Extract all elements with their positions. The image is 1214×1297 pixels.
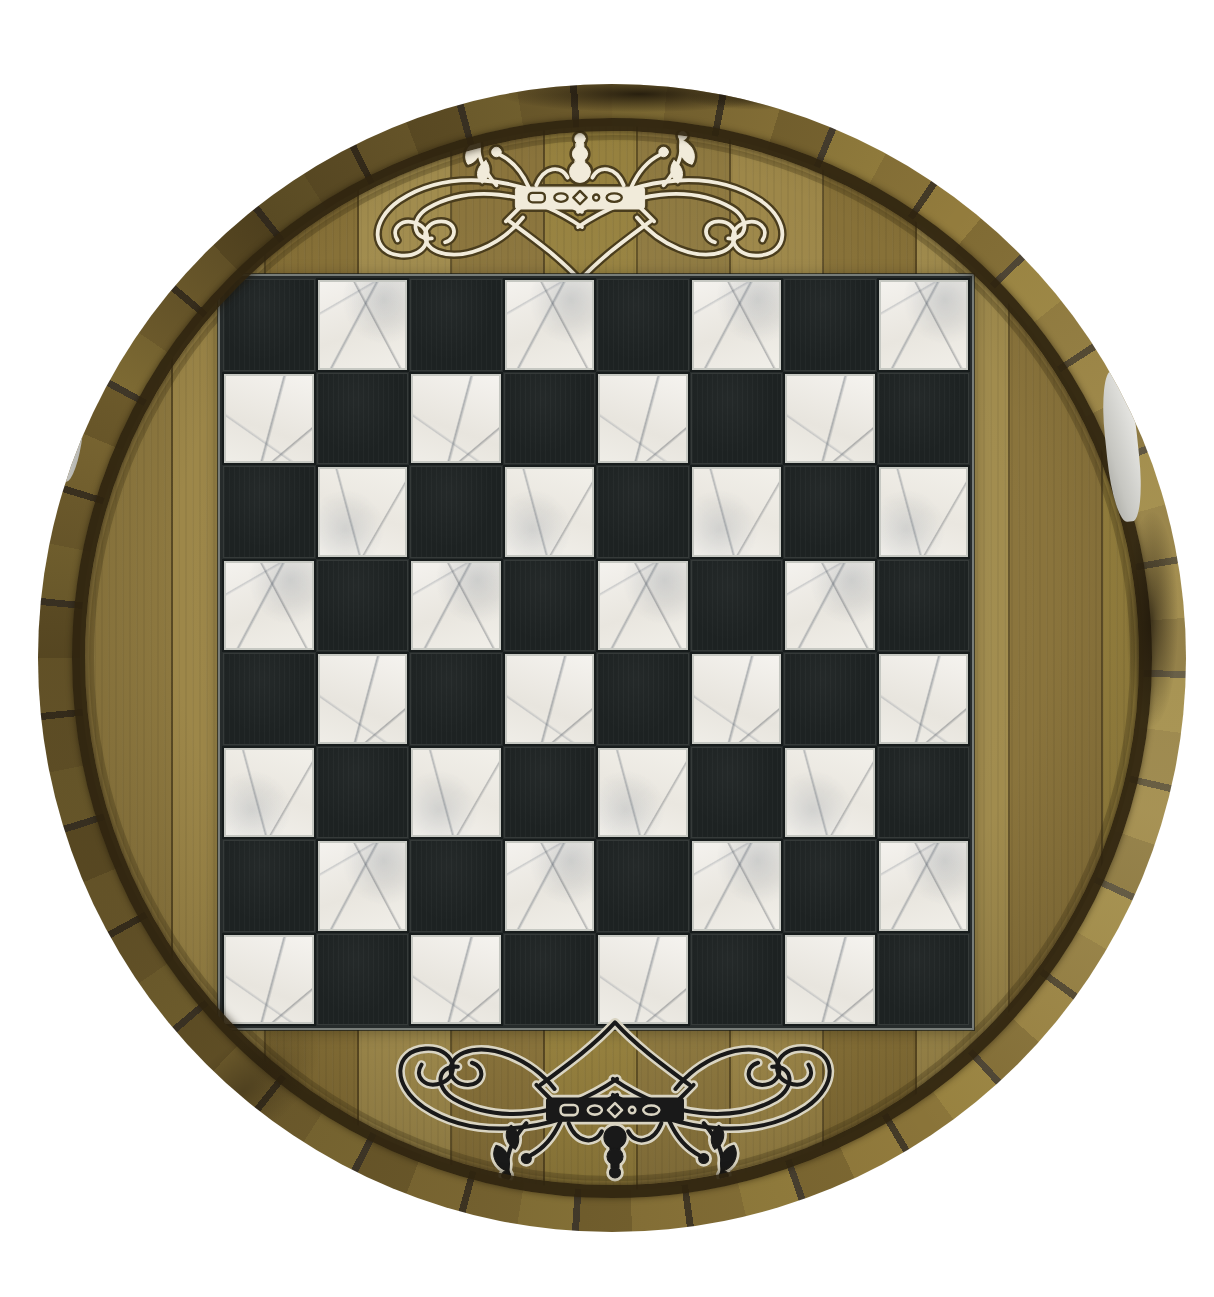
square-f1[interactable] bbox=[692, 935, 782, 1025]
square-h7[interactable] bbox=[879, 374, 969, 464]
square-g5[interactable] bbox=[785, 561, 875, 651]
wine-barrel-head bbox=[38, 84, 1186, 1232]
rim-dark-patch bbox=[913, 91, 1129, 267]
square-d8[interactable] bbox=[505, 280, 595, 370]
square-a5[interactable] bbox=[224, 561, 314, 651]
square-b1[interactable] bbox=[318, 935, 408, 1025]
rim-dark-patch bbox=[500, 84, 780, 112]
square-f6[interactable] bbox=[692, 467, 782, 557]
square-b8[interactable] bbox=[318, 280, 408, 370]
square-d3[interactable] bbox=[505, 748, 595, 838]
square-c6[interactable] bbox=[411, 467, 501, 557]
square-d2[interactable] bbox=[505, 841, 595, 931]
square-a2[interactable] bbox=[224, 841, 314, 931]
square-g2[interactable] bbox=[785, 841, 875, 931]
square-e4[interactable] bbox=[598, 654, 688, 744]
square-a8[interactable] bbox=[224, 280, 314, 370]
rim-chip-left bbox=[51, 363, 91, 483]
square-f4[interactable] bbox=[692, 654, 782, 744]
square-f7[interactable] bbox=[692, 374, 782, 464]
barrel-head-chessboard-photo bbox=[0, 0, 1214, 1297]
chess-board bbox=[218, 274, 974, 1030]
square-b5[interactable] bbox=[318, 561, 408, 651]
square-a3[interactable] bbox=[224, 748, 314, 838]
square-g1[interactable] bbox=[785, 935, 875, 1025]
square-g3[interactable] bbox=[785, 748, 875, 838]
barrel-face bbox=[80, 126, 1144, 1190]
rim-dark-patch bbox=[686, 86, 836, 110]
top-crown-ornament bbox=[333, 128, 827, 290]
square-c7[interactable] bbox=[411, 374, 501, 464]
square-e3[interactable] bbox=[598, 748, 688, 838]
square-e5[interactable] bbox=[598, 561, 688, 651]
square-a4[interactable] bbox=[224, 654, 314, 744]
square-d6[interactable] bbox=[505, 467, 595, 557]
square-d7[interactable] bbox=[505, 374, 595, 464]
square-h4[interactable] bbox=[879, 654, 969, 744]
square-g6[interactable] bbox=[785, 467, 875, 557]
square-a7[interactable] bbox=[224, 374, 314, 464]
bottom-crown-ornament bbox=[353, 1012, 877, 1184]
square-e8[interactable] bbox=[598, 280, 688, 370]
square-g8[interactable] bbox=[785, 280, 875, 370]
square-a1[interactable] bbox=[224, 935, 314, 1025]
square-f5[interactable] bbox=[692, 561, 782, 651]
square-b3[interactable] bbox=[318, 748, 408, 838]
square-d5[interactable] bbox=[505, 561, 595, 651]
square-h3[interactable] bbox=[879, 748, 969, 838]
square-c2[interactable] bbox=[411, 841, 501, 931]
square-f2[interactable] bbox=[692, 841, 782, 931]
square-c3[interactable] bbox=[411, 748, 501, 838]
square-c4[interactable] bbox=[411, 654, 501, 744]
square-g4[interactable] bbox=[785, 654, 875, 744]
square-d4[interactable] bbox=[505, 654, 595, 744]
square-e6[interactable] bbox=[598, 467, 688, 557]
square-e1[interactable] bbox=[598, 935, 688, 1025]
square-d1[interactable] bbox=[505, 935, 595, 1025]
square-e7[interactable] bbox=[598, 374, 688, 464]
square-c8[interactable] bbox=[411, 280, 501, 370]
square-g7[interactable] bbox=[785, 374, 875, 464]
square-f8[interactable] bbox=[692, 280, 782, 370]
square-b7[interactable] bbox=[318, 374, 408, 464]
square-h1[interactable] bbox=[879, 935, 969, 1025]
square-b2[interactable] bbox=[318, 841, 408, 931]
square-e2[interactable] bbox=[598, 841, 688, 931]
square-c1[interactable] bbox=[411, 935, 501, 1025]
square-f3[interactable] bbox=[692, 748, 782, 838]
square-c5[interactable] bbox=[411, 561, 501, 651]
square-h8[interactable] bbox=[879, 280, 969, 370]
square-a6[interactable] bbox=[224, 467, 314, 557]
square-h6[interactable] bbox=[879, 467, 969, 557]
square-h5[interactable] bbox=[879, 561, 969, 651]
square-b4[interactable] bbox=[318, 654, 408, 744]
square-h2[interactable] bbox=[879, 841, 969, 931]
square-b6[interactable] bbox=[318, 467, 408, 557]
